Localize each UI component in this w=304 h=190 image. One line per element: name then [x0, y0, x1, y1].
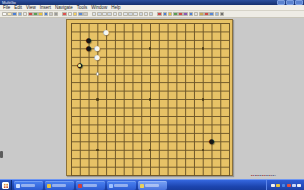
tray-icon-1[interactable]: [271, 184, 275, 188]
white-stone-glyph: ●: [94, 53, 101, 61]
toolbar-icon-2-4[interactable]: [78, 12, 83, 17]
taskbar-buttons: [14, 181, 266, 190]
board-stones-layer: ●●●●●●●: [67, 19, 234, 180]
toolbar: [0, 11, 304, 18]
toolbar-icon-3-12[interactable]: [149, 12, 154, 17]
toolbar-icon-4-12[interactable]: [215, 12, 220, 17]
toolbar-icon-3-10[interactable]: [139, 12, 144, 17]
toolbar-icon-2-5[interactable]: [83, 12, 88, 17]
start-button[interactable]: [0, 180, 12, 190]
taskbar-button-icon: [140, 184, 144, 188]
taskbar-button-icon: [78, 184, 82, 188]
desktop: MultiGo FileEditViewInsertNavigateToolsW…: [0, 0, 304, 190]
tray-icon-2[interactable]: [276, 184, 280, 188]
toolbar-icon-1-9[interactable]: [44, 12, 49, 17]
taskbar-button-3[interactable]: [76, 181, 105, 190]
taskbar-button-icon: [47, 184, 51, 188]
toolbar-icon-3-6[interactable]: [118, 12, 123, 17]
toolbar-icon-1-8[interactable]: [38, 12, 43, 17]
toolbar-icon-1-10[interactable]: [49, 12, 54, 17]
toolbar-icon-1-11[interactable]: [54, 12, 59, 17]
toolbar-icon-3-1[interactable]: [92, 12, 97, 17]
go-board[interactable]: ●●●●●●●: [66, 19, 233, 176]
menu-item-tools[interactable]: Tools: [77, 5, 88, 10]
toolbar-icon-3-8[interactable]: [128, 12, 133, 17]
taskbar-button-label: [145, 184, 159, 187]
system-tray: [266, 180, 304, 190]
toolbar-icon-4-11[interactable]: [209, 12, 214, 17]
tray-icon-5[interactable]: [292, 184, 296, 188]
toolbar-icon-2-2[interactable]: [68, 12, 73, 17]
toolbar-icon-4-7[interactable]: [189, 12, 194, 17]
toolbar-icon-4-8[interactable]: [194, 12, 199, 17]
toolbar-icon-4-6[interactable]: [183, 12, 188, 17]
ghost-dot-icon: [96, 72, 100, 76]
watermark-text: ▪▪▪▪▪▪▪▪▪▪▪▪▪▪: [251, 174, 276, 179]
toolbar-icon-4-1[interactable]: [157, 12, 162, 17]
taskbar-button-label: [83, 184, 97, 187]
taskbar: [0, 179, 304, 190]
toolbar-icon-2-1[interactable]: [62, 12, 67, 17]
toolbar-icon-4-2[interactable]: [163, 12, 168, 17]
toolbar-icon-4-10[interactable]: [204, 12, 209, 17]
toolbar-icon-1-3[interactable]: [12, 12, 17, 17]
menu-item-view[interactable]: View: [26, 5, 36, 10]
toolbar-icon-2-3[interactable]: [73, 12, 78, 17]
toolbar-icon-1-7[interactable]: [33, 12, 38, 17]
taskbar-button-5[interactable]: [138, 181, 167, 190]
tray-icon-4[interactable]: [287, 184, 291, 188]
toolbar-icon-4-13[interactable]: [220, 12, 225, 17]
stone-black-B14[interactable]: ●: [75, 61, 84, 69]
toolbar-icon-3-9[interactable]: [133, 12, 138, 17]
black-stone-glyph: ●: [208, 137, 215, 145]
stone-black-R5[interactable]: ●: [207, 137, 216, 145]
white-stone-glyph: ●: [103, 28, 110, 36]
tray-icon-3[interactable]: [282, 184, 286, 188]
window-title: MultiGo: [0, 1, 277, 5]
menu-item-insert[interactable]: Insert: [40, 5, 51, 10]
taskbar-button-label: [114, 184, 128, 187]
taskbar-button-label: [21, 184, 35, 187]
taskbar-button-2[interactable]: [45, 181, 74, 190]
toolbar-icon-4-9[interactable]: [199, 12, 204, 17]
desktop-artifact: [0, 151, 3, 158]
toolbar-icon-1-4[interactable]: [18, 12, 23, 17]
toolbar-icon-3-7[interactable]: [123, 12, 128, 17]
toolbar-group-2: [62, 12, 87, 17]
toolbar-icon-1-1[interactable]: [2, 12, 7, 17]
toolbar-icon-3-4[interactable]: [107, 12, 112, 17]
toolbar-icon-3-2[interactable]: [97, 12, 102, 17]
stone-white-D15[interactable]: ●: [93, 53, 102, 61]
stone-white-E18[interactable]: ●: [102, 27, 111, 35]
menu-item-navigate[interactable]: Navigate: [55, 5, 73, 10]
toolbar-icon-4-5[interactable]: [178, 12, 183, 17]
taskbar-button-icon: [109, 184, 113, 188]
menu-item-help[interactable]: Help: [111, 5, 120, 10]
toolbar-group-3: [92, 12, 154, 17]
tray-icon-6[interactable]: [297, 184, 301, 188]
watermark-glyph: ▪: [275, 174, 276, 178]
toolbar-icon-3-3[interactable]: [102, 12, 107, 17]
workspace: ●●●●●●● ▪▪▪▪▪▪▪▪▪▪▪▪▪▪: [0, 18, 304, 179]
toolbar-icon-1-5[interactable]: [23, 12, 28, 17]
toolbar-icon-3-11[interactable]: [144, 12, 149, 17]
menu-item-window[interactable]: Window: [91, 5, 107, 10]
stone-black-C16[interactable]: ●: [84, 44, 93, 52]
taskbar-button-label: [52, 184, 66, 187]
taskbar-button-4[interactable]: [107, 181, 136, 190]
toolbar-icon-1-2[interactable]: [7, 12, 12, 17]
toolbar-icon-3-5[interactable]: [113, 12, 118, 17]
toolbar-group-1: [2, 12, 58, 17]
toolbar-icon-4-4[interactable]: [173, 12, 178, 17]
black-stone-glyph: ●: [85, 44, 92, 52]
taskbar-button-icon: [16, 184, 20, 188]
start-icon: [2, 182, 9, 189]
menu-item-edit[interactable]: Edit: [14, 5, 22, 10]
toolbar-icon-4-3[interactable]: [168, 12, 173, 17]
toolbar-icon-1-6[interactable]: [28, 12, 33, 17]
toolbar-group-4: [157, 12, 224, 17]
taskbar-button-1[interactable]: [14, 181, 43, 190]
ghost-marker-D13[interactable]: [93, 70, 102, 78]
menu-item-file[interactable]: File: [3, 5, 10, 10]
